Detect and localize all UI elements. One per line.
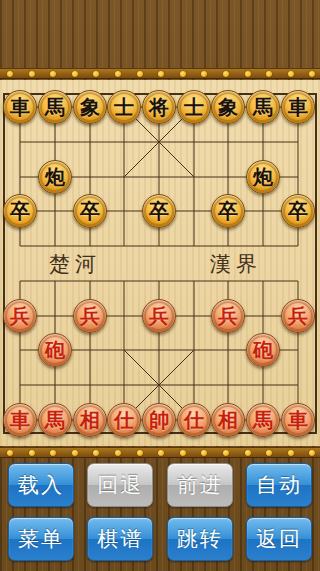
xiangqi-app: 楚河 漢界 車馬象士将士象馬車炮炮卒卒卒卒卒兵兵兵兵兵砲砲車馬相仕帥仕相馬車 载… — [0, 0, 320, 571]
piece-black-soldier[interactable]: 卒 — [211, 194, 245, 228]
piece-red-cannon[interactable]: 砲 — [246, 333, 280, 367]
piece-black-horse[interactable]: 馬 — [38, 90, 72, 124]
back-button[interactable]: 返回 — [246, 517, 312, 561]
piece-black-horse[interactable]: 馬 — [246, 90, 280, 124]
piece-red-soldier[interactable]: 兵 — [211, 299, 245, 333]
rivet-icon — [115, 71, 121, 77]
forward-button[interactable]: 前进 — [167, 463, 233, 507]
piece-black-cannon[interactable]: 炮 — [38, 160, 72, 194]
piece-red-chariot[interactable]: 車 — [3, 403, 37, 437]
piece-red-soldier[interactable]: 兵 — [73, 299, 107, 333]
piece-black-chariot[interactable]: 車 — [3, 90, 37, 124]
rivet-icon — [288, 450, 294, 456]
rivet-icon — [137, 450, 143, 456]
top-rivet-rail — [0, 68, 320, 79]
record-button[interactable]: 棋谱 — [87, 517, 153, 561]
rivet-icon — [50, 71, 56, 77]
piece-red-advisor[interactable]: 仕 — [177, 403, 211, 437]
rivet-icon — [245, 71, 251, 77]
menu-button[interactable]: 菜单 — [8, 517, 74, 561]
rivet-icon — [201, 450, 207, 456]
piece-red-advisor[interactable]: 仕 — [107, 403, 141, 437]
piece-red-soldier[interactable]: 兵 — [281, 299, 315, 333]
piece-red-horse[interactable]: 馬 — [246, 403, 280, 437]
button-row-bottom: 菜单棋谱跳转返回 — [0, 517, 320, 561]
rivet-icon — [115, 450, 121, 456]
rivet-icon — [223, 71, 229, 77]
auto-button[interactable]: 自动 — [246, 463, 312, 507]
rivet-icon — [29, 71, 35, 77]
rivet-icon — [29, 450, 35, 456]
rivet-icon — [158, 71, 164, 77]
load-button[interactable]: 载入 — [8, 463, 74, 507]
piece-black-soldier[interactable]: 卒 — [142, 194, 176, 228]
piece-red-horse[interactable]: 馬 — [38, 403, 72, 437]
piece-black-general[interactable]: 将 — [142, 90, 176, 124]
undo-button[interactable]: 回退 — [87, 463, 153, 507]
rivet-icon — [7, 450, 13, 456]
jump-button[interactable]: 跳转 — [167, 517, 233, 561]
piece-red-general[interactable]: 帥 — [142, 403, 176, 437]
rivet-icon — [309, 450, 315, 456]
piece-red-soldier[interactable]: 兵 — [142, 299, 176, 333]
rivet-icon — [72, 450, 78, 456]
piece-red-chariot[interactable]: 車 — [281, 403, 315, 437]
piece-red-elephant[interactable]: 相 — [73, 403, 107, 437]
rivet-icon — [266, 71, 272, 77]
rivet-icon — [180, 71, 186, 77]
rivet-icon — [93, 71, 99, 77]
piece-black-cannon[interactable]: 炮 — [246, 160, 280, 194]
rivet-icon — [158, 450, 164, 456]
piece-black-elephant[interactable]: 象 — [73, 90, 107, 124]
piece-red-cannon[interactable]: 砲 — [38, 333, 72, 367]
rivet-icon — [137, 71, 143, 77]
piece-black-soldier[interactable]: 卒 — [73, 194, 107, 228]
rivet-icon — [180, 450, 186, 456]
piece-red-soldier[interactable]: 兵 — [3, 299, 37, 333]
xiangqi-board[interactable]: 楚河 漢界 車馬象士将士象馬車炮炮卒卒卒卒卒兵兵兵兵兵砲砲車馬相仕帥仕相馬車 — [0, 80, 320, 446]
rivet-icon — [93, 450, 99, 456]
piece-black-advisor[interactable]: 士 — [177, 90, 211, 124]
rivet-icon — [7, 71, 13, 77]
rivet-icon — [266, 450, 272, 456]
piece-black-soldier[interactable]: 卒 — [3, 194, 37, 228]
rivet-icon — [72, 71, 78, 77]
rivet-icon — [288, 71, 294, 77]
piece-red-elephant[interactable]: 相 — [211, 403, 245, 437]
board-grid — [0, 80, 320, 446]
piece-black-elephant[interactable]: 象 — [211, 90, 245, 124]
button-row-top: 载入回退前进自动 — [0, 463, 320, 507]
rivet-icon — [245, 450, 251, 456]
piece-black-advisor[interactable]: 士 — [107, 90, 141, 124]
piece-black-chariot[interactable]: 車 — [281, 90, 315, 124]
rivet-icon — [309, 71, 315, 77]
rivet-icon — [201, 71, 207, 77]
bottom-rivet-rail — [0, 447, 320, 458]
rivet-icon — [223, 450, 229, 456]
rivet-icon — [50, 450, 56, 456]
river-label-right: 漢界 — [210, 250, 262, 278]
piece-black-soldier[interactable]: 卒 — [281, 194, 315, 228]
river-label-left: 楚河 — [49, 250, 101, 278]
